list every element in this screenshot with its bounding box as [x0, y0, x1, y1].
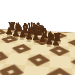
board-square — [21, 65, 49, 75]
chess-board — [0, 28, 75, 75]
board-square — [47, 67, 75, 75]
chess-set-photo: ♜♞♝♛♚♝♞♜♟♟♟♟♟♟♟♟ — [0, 0, 75, 75]
board-square — [72, 69, 75, 75]
board-perspective-wrap — [0, 28, 75, 75]
